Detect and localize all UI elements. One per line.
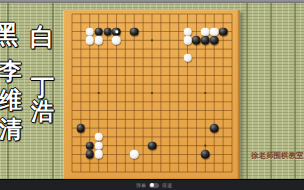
black-stone: [201, 36, 210, 45]
player-control-bar: 弹幕 倍速: [0, 179, 304, 190]
black-stone: [103, 27, 112, 36]
white-player-name: 丁浩: [31, 75, 54, 123]
danmaku-label: 弹幕: [136, 182, 146, 188]
toggle-knob: [150, 183, 155, 188]
black-stone: [210, 124, 219, 133]
black-stone: [148, 141, 157, 150]
last-move-marker: [115, 30, 118, 33]
white-stone: [85, 36, 94, 45]
white-stone: [201, 27, 210, 36]
white-stone: [112, 36, 121, 45]
white-stone: [183, 36, 192, 45]
black-stone: [210, 36, 219, 45]
black-stone: [94, 27, 103, 36]
tatami-seam: [246, 3, 248, 179]
white-stone: [94, 133, 103, 142]
black-stone: [219, 27, 228, 36]
black-stone: [85, 150, 94, 159]
white-stone: [85, 27, 94, 36]
go-board-grid: [72, 14, 232, 172]
classroom-caption: 徐老师围棋教室: [251, 151, 304, 161]
black-stone: [201, 150, 210, 159]
danmaku-toggle[interactable]: [149, 183, 159, 188]
white-label: 白: [30, 24, 54, 52]
video-frame: 黑 白 李维清 丁浩 徐老师围棋教室 弹幕 倍速: [0, 0, 304, 190]
white-stone: [130, 150, 139, 159]
black-stone: [85, 141, 94, 150]
white-stone: [94, 36, 103, 45]
go-board[interactable]: [63, 10, 240, 179]
white-stone: [183, 27, 192, 36]
white-stone: [94, 150, 103, 159]
speed-label[interactable]: 倍速: [162, 182, 172, 188]
black-stone: [130, 27, 139, 36]
black-player-name: 李维清: [0, 57, 22, 143]
white-stone: [210, 27, 219, 36]
black-stone: [77, 124, 86, 133]
black-stone: [192, 36, 201, 45]
black-label: 黑: [0, 21, 18, 50]
white-stone: [183, 54, 192, 63]
black-stone: [112, 27, 121, 36]
white-stone: [94, 141, 103, 150]
